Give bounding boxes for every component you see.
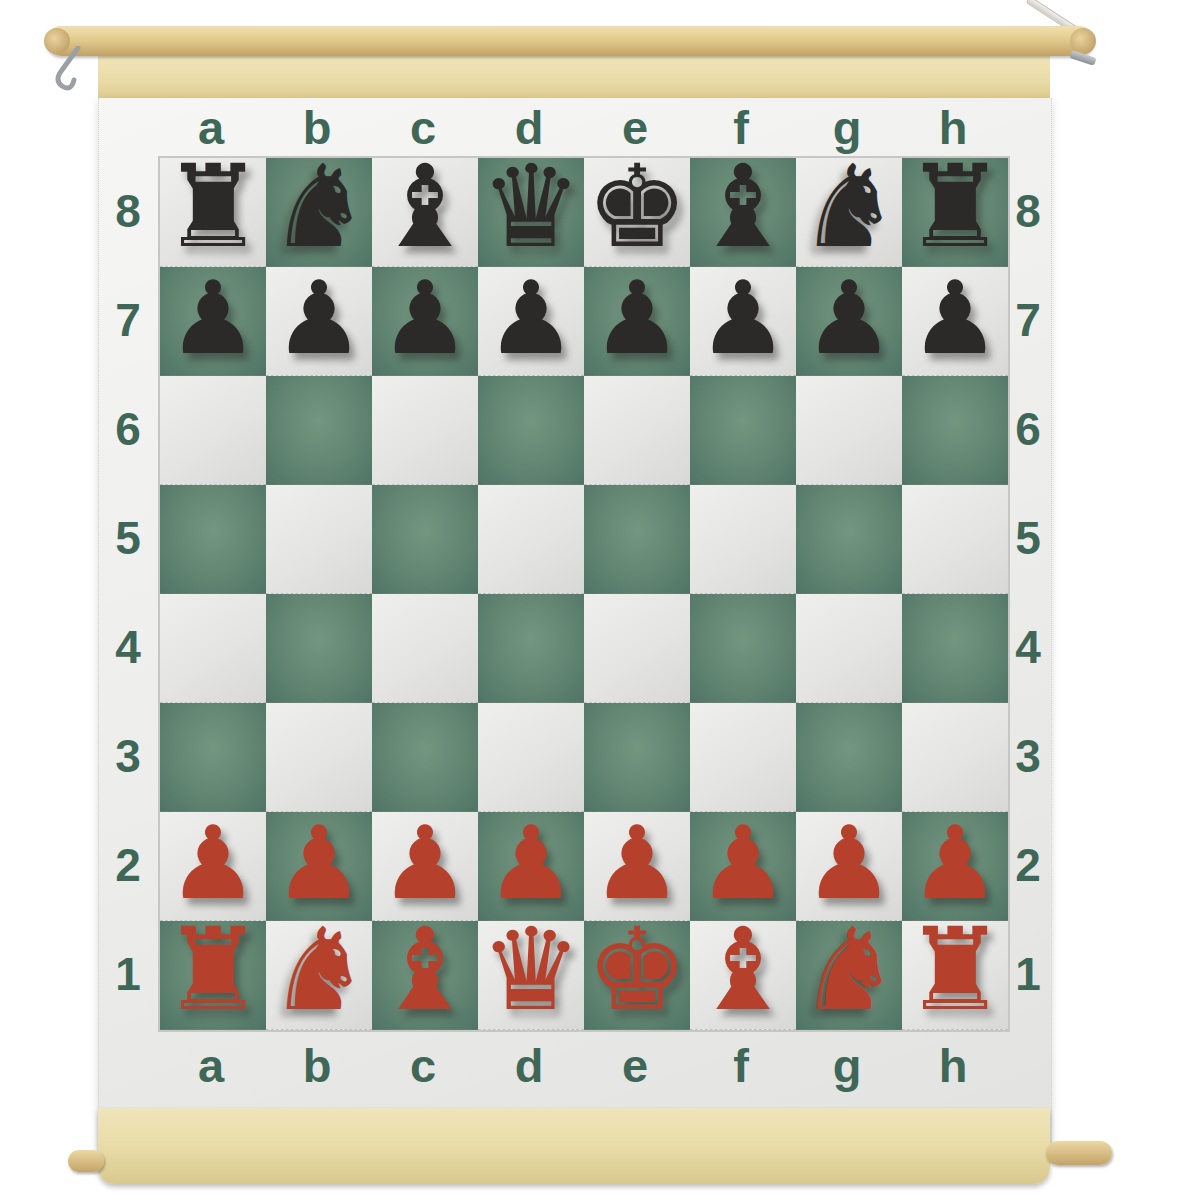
piece-black-rook-a8[interactable]: ♜ bbox=[162, 150, 264, 264]
rank-label-8-right: 8 bbox=[1006, 156, 1050, 265]
rank-labels-right: 87654321 bbox=[1006, 156, 1050, 1028]
rank-label-8-left: 8 bbox=[98, 156, 158, 265]
rank-label-4-left: 4 bbox=[98, 592, 158, 701]
square-d4[interactable] bbox=[478, 594, 584, 703]
rank-label-5-left: 5 bbox=[98, 483, 158, 592]
piece-black-rook-h8[interactable]: ♜ bbox=[904, 150, 1006, 264]
square-g7[interactable]: ♟ bbox=[796, 267, 902, 376]
file-labels-bottom: abcdefgh bbox=[158, 1032, 1006, 1098]
rank-label-4-right: 4 bbox=[1006, 592, 1050, 701]
metal-hook-icon bbox=[48, 46, 88, 98]
square-a6[interactable] bbox=[160, 376, 266, 485]
piece-black-queen-d8[interactable]: ♛ bbox=[480, 150, 582, 264]
square-e7[interactable]: ♟ bbox=[584, 267, 690, 376]
square-h7[interactable]: ♟ bbox=[902, 267, 1008, 376]
piece-black-pawn-h7[interactable]: ♟ bbox=[910, 268, 1001, 369]
square-h8[interactable]: ♜ bbox=[902, 158, 1008, 267]
square-b4[interactable] bbox=[266, 594, 372, 703]
square-a1[interactable]: ♜ bbox=[160, 921, 266, 1030]
rank-label-2-right: 2 bbox=[1006, 810, 1050, 919]
square-f1[interactable]: ♝ bbox=[690, 921, 796, 1030]
file-label-f-bottom: f bbox=[688, 1032, 794, 1098]
rank-labels-left: 87654321 bbox=[98, 156, 158, 1028]
square-d5[interactable] bbox=[478, 485, 584, 594]
square-g8[interactable]: ♞ bbox=[796, 158, 902, 267]
piece-black-knight-g8[interactable]: ♞ bbox=[798, 150, 900, 264]
square-f6[interactable] bbox=[690, 376, 796, 485]
piece-black-pawn-g7[interactable]: ♟ bbox=[804, 268, 895, 369]
square-a4[interactable] bbox=[160, 594, 266, 703]
square-h1[interactable]: ♜ bbox=[902, 921, 1008, 1030]
file-label-b-bottom: b bbox=[264, 1032, 370, 1098]
square-g3[interactable] bbox=[796, 703, 902, 812]
board: ♜♞♝♛♚♝♞♜♟♟♟♟♟♟♟♟♟♟♟♟♟♟♟♟♜♞♝♛♚♝♞♜ bbox=[158, 156, 1010, 1032]
square-d1[interactable]: ♛ bbox=[478, 921, 584, 1030]
piece-black-pawn-e7[interactable]: ♟ bbox=[592, 268, 683, 369]
square-c7[interactable]: ♟ bbox=[372, 267, 478, 376]
bottom-rod-left-tip bbox=[68, 1150, 104, 1172]
square-h3[interactable] bbox=[902, 703, 1008, 812]
square-f8[interactable]: ♝ bbox=[690, 158, 796, 267]
file-label-c-bottom: c bbox=[370, 1032, 476, 1098]
square-e4[interactable] bbox=[584, 594, 690, 703]
square-g4[interactable] bbox=[796, 594, 902, 703]
piece-red-rook-h1[interactable]: ♜ bbox=[904, 913, 1006, 1027]
square-d7[interactable]: ♟ bbox=[478, 267, 584, 376]
square-b7[interactable]: ♟ bbox=[266, 267, 372, 376]
piece-black-pawn-b7[interactable]: ♟ bbox=[274, 268, 365, 369]
square-d3[interactable] bbox=[478, 703, 584, 812]
rank-label-5-right: 5 bbox=[1006, 483, 1050, 592]
square-g6[interactable] bbox=[796, 376, 902, 485]
square-f7[interactable]: ♟ bbox=[690, 267, 796, 376]
rank-label-7-left: 7 bbox=[98, 265, 158, 374]
file-label-g-bottom: g bbox=[794, 1032, 900, 1098]
square-d8[interactable]: ♛ bbox=[478, 158, 584, 267]
rank-label-3-right: 3 bbox=[1006, 701, 1050, 810]
square-h4[interactable] bbox=[902, 594, 1008, 703]
file-label-e-bottom: e bbox=[582, 1032, 688, 1098]
square-a8[interactable]: ♜ bbox=[160, 158, 266, 267]
piece-red-queen-d1[interactable]: ♛ bbox=[480, 913, 582, 1027]
rank-label-2-left: 2 bbox=[98, 810, 158, 919]
square-c4[interactable] bbox=[372, 594, 478, 703]
piece-red-knight-g1[interactable]: ♞ bbox=[798, 913, 900, 1027]
square-a3[interactable] bbox=[160, 703, 266, 812]
file-label-h-bottom: h bbox=[900, 1032, 1006, 1098]
square-e1[interactable]: ♚ bbox=[584, 921, 690, 1030]
bottom-fabric-sleeve bbox=[98, 1108, 1050, 1184]
piece-red-rook-a1[interactable]: ♜ bbox=[162, 913, 264, 1027]
square-e3[interactable] bbox=[584, 703, 690, 812]
piece-red-pawn-h2[interactable]: ♟ bbox=[910, 813, 1001, 914]
square-a7[interactable]: ♟ bbox=[160, 267, 266, 376]
square-e8[interactable]: ♚ bbox=[584, 158, 690, 267]
top-wooden-rod bbox=[46, 26, 1094, 56]
rank-label-7-right: 7 bbox=[1006, 265, 1050, 374]
piece-black-bishop-c8[interactable]: ♝ bbox=[374, 150, 476, 264]
piece-red-bishop-f1[interactable]: ♝ bbox=[692, 913, 794, 1027]
square-c3[interactable] bbox=[372, 703, 478, 812]
square-f5[interactable] bbox=[690, 485, 796, 594]
square-b6[interactable] bbox=[266, 376, 372, 485]
rank-label-1-right: 1 bbox=[1006, 919, 1050, 1028]
file-label-a-bottom: a bbox=[158, 1032, 264, 1098]
piece-red-pawn-a2[interactable]: ♟ bbox=[168, 813, 259, 914]
square-f4[interactable] bbox=[690, 594, 796, 703]
square-b3[interactable] bbox=[266, 703, 372, 812]
piece-red-bishop-c1[interactable]: ♝ bbox=[374, 913, 476, 1027]
square-c8[interactable]: ♝ bbox=[372, 158, 478, 267]
piece-black-knight-b8[interactable]: ♞ bbox=[268, 150, 370, 264]
bottom-rod-right-tip bbox=[1046, 1141, 1112, 1165]
square-d6[interactable] bbox=[478, 376, 584, 485]
square-b5[interactable] bbox=[266, 485, 372, 594]
rank-label-1-left: 1 bbox=[98, 919, 158, 1028]
square-f3[interactable] bbox=[690, 703, 796, 812]
square-e6[interactable] bbox=[584, 376, 690, 485]
piece-red-pawn-e2[interactable]: ♟ bbox=[592, 813, 683, 914]
square-h5[interactable] bbox=[902, 485, 1008, 594]
square-b8[interactable]: ♞ bbox=[266, 158, 372, 267]
square-b1[interactable]: ♞ bbox=[266, 921, 372, 1030]
piece-black-pawn-a7[interactable]: ♟ bbox=[168, 268, 259, 369]
file-label-d-bottom: d bbox=[476, 1032, 582, 1098]
piece-black-king-e8[interactable]: ♚ bbox=[586, 150, 688, 264]
piece-red-pawn-c2[interactable]: ♟ bbox=[380, 813, 471, 914]
square-g5[interactable] bbox=[796, 485, 902, 594]
square-c6[interactable] bbox=[372, 376, 478, 485]
rank-label-6-right: 6 bbox=[1006, 374, 1050, 483]
piece-red-pawn-g2[interactable]: ♟ bbox=[804, 813, 895, 914]
piece-red-king-e1[interactable]: ♚ bbox=[586, 913, 688, 1027]
piece-red-pawn-f2[interactable]: ♟ bbox=[698, 813, 789, 914]
square-g1[interactable]: ♞ bbox=[796, 921, 902, 1030]
piece-black-pawn-d7[interactable]: ♟ bbox=[486, 268, 577, 369]
piece-black-bishop-f8[interactable]: ♝ bbox=[692, 150, 794, 264]
square-c1[interactable]: ♝ bbox=[372, 921, 478, 1030]
piece-red-pawn-b2[interactable]: ♟ bbox=[274, 813, 365, 914]
piece-red-pawn-d2[interactable]: ♟ bbox=[486, 813, 577, 914]
piece-black-pawn-f7[interactable]: ♟ bbox=[698, 268, 789, 369]
rank-label-6-left: 6 bbox=[98, 374, 158, 483]
square-h6[interactable] bbox=[902, 376, 1008, 485]
piece-red-knight-b1[interactable]: ♞ bbox=[268, 913, 370, 1027]
square-c5[interactable] bbox=[372, 485, 478, 594]
piece-black-pawn-c7[interactable]: ♟ bbox=[380, 268, 471, 369]
rank-label-3-left: 3 bbox=[98, 701, 158, 810]
square-a5[interactable] bbox=[160, 485, 266, 594]
square-e5[interactable] bbox=[584, 485, 690, 594]
